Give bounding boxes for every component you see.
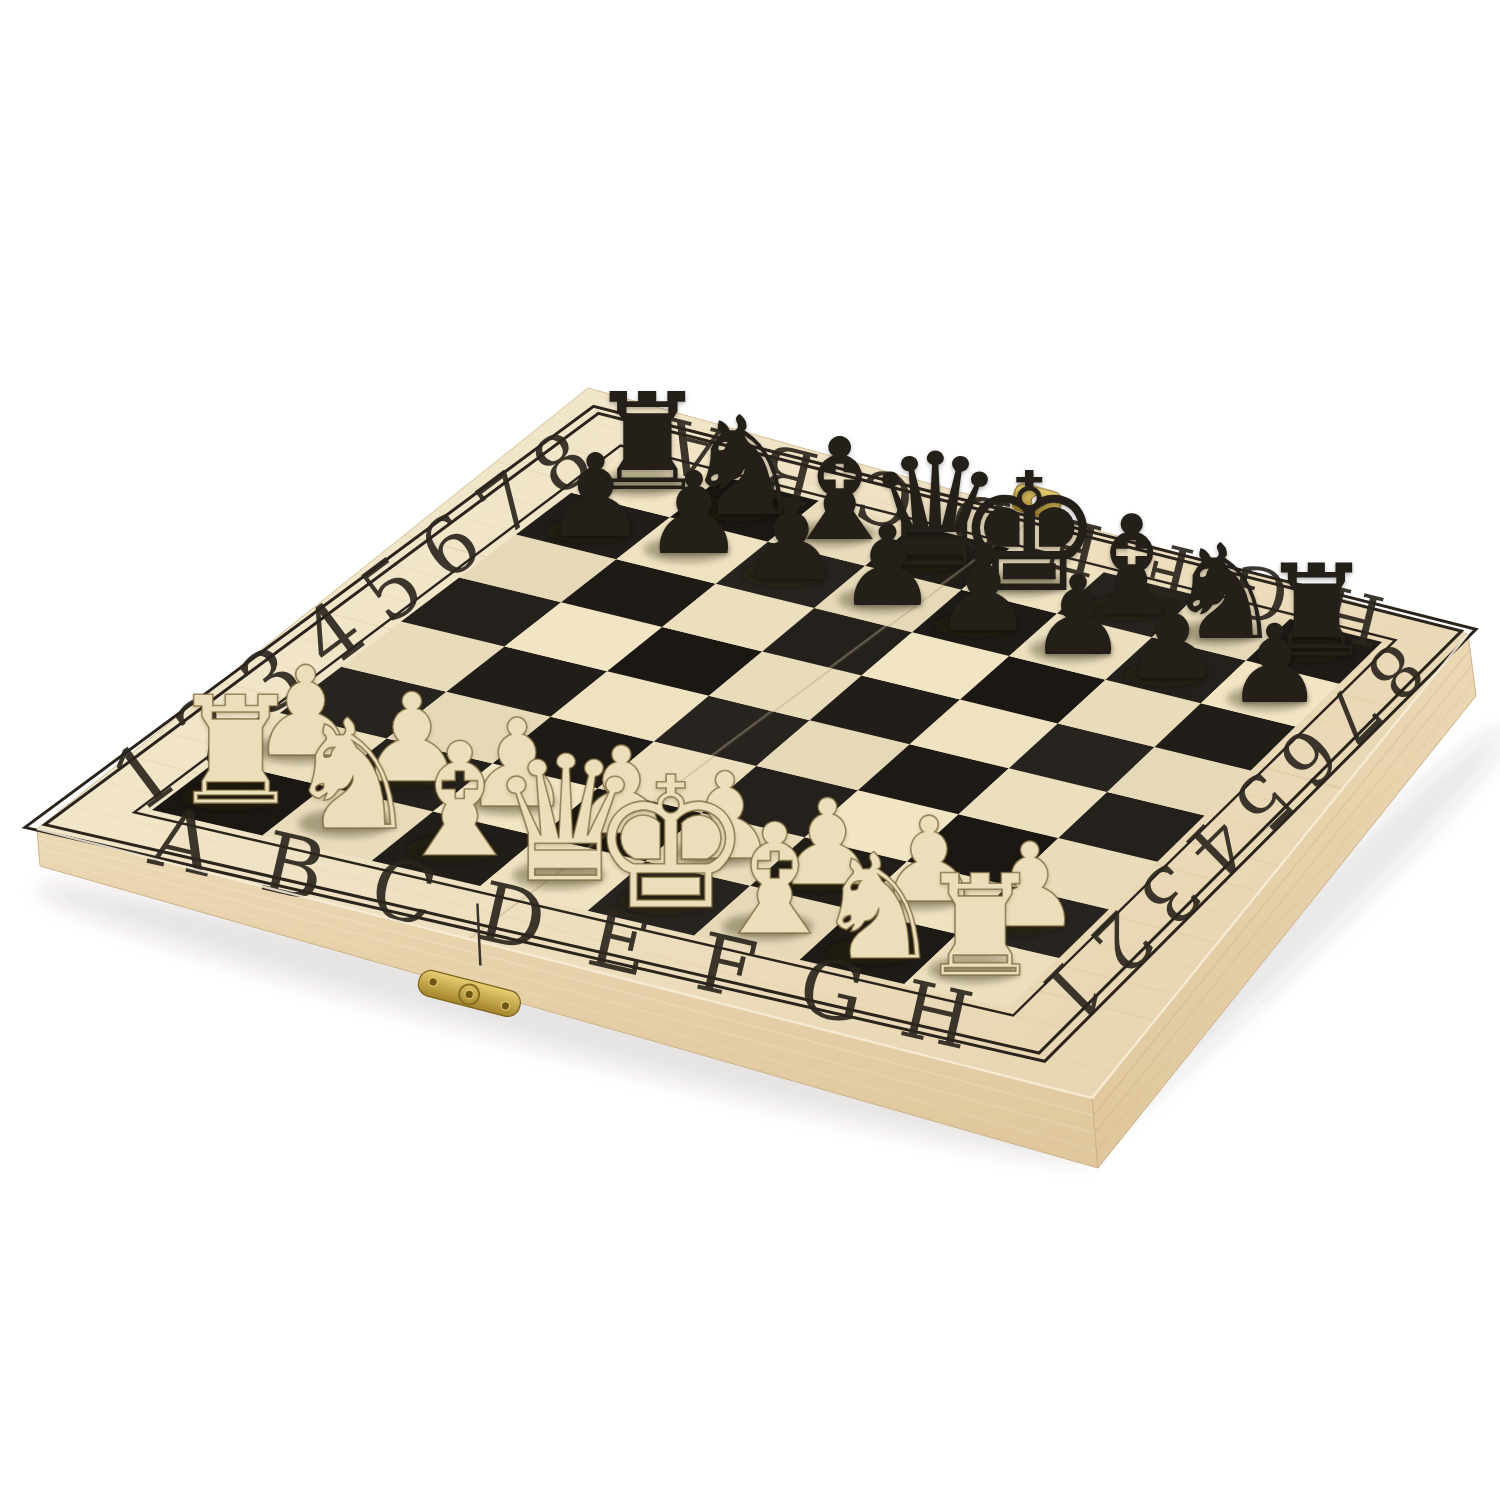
product-photo-scene: AABBCCDDEEFFGGHH1122334455667788 ♜♞♝♛♚♝♞… <box>0 0 1500 1500</box>
chessboard: AABBCCDDEEFFGGHH1122334455667788 <box>0 0 1500 1500</box>
